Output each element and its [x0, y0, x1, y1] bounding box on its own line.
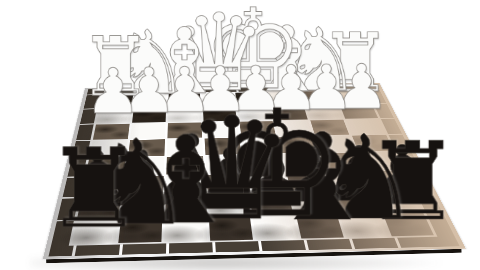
square-a8[interactable]: ♜ — [72, 220, 118, 244]
board-rim: ♜♞♝♛♚♝♞♜♟♟♟♟♟♟♟♟♟♟♟♟♟♟♟♟♜♞♝♛♚♝♞♜ — [43, 83, 466, 260]
chessboard-3d: ♜♞♝♛♚♝♞♜♟♟♟♟♟♟♟♟♟♟♟♟♟♟♟♟♜♞♝♛♚♝♞♜ — [43, 83, 466, 260]
chessboard: ♜♞♝♛♚♝♞♜♟♟♟♟♟♟♟♟♟♟♟♟♟♟♟♟♜♞♝♛♚♝♞♜ — [69, 90, 438, 246]
black-rook-piece[interactable]: ♜ — [45, 133, 143, 243]
chess-scene: ♜♞♝♛♚♝♞♜♟♟♟♟♟♟♟♟♟♟♟♟♟♟♟♟♜♞♝♛♚♝♞♜ — [0, 0, 480, 270]
